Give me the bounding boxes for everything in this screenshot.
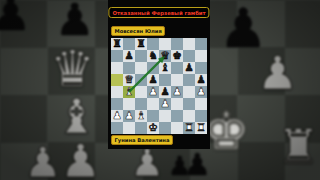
square-b1: [123, 122, 135, 134]
square-f7: ♚: [171, 50, 183, 62]
square-g3: [183, 98, 195, 110]
piece-white-pawn: ♟: [160, 98, 170, 110]
square-c1: [135, 122, 147, 134]
piece-white-king: ♚: [148, 122, 158, 134]
square-c4: [135, 86, 147, 98]
square-g8: [183, 38, 195, 50]
square-c2: ♝: [135, 110, 147, 122]
square-g5: [183, 74, 195, 86]
square-h5: ♟: [195, 74, 207, 86]
piece-white-bishop: ♝: [136, 110, 146, 122]
square-b3: [123, 98, 135, 110]
square-d6: [147, 62, 159, 74]
square-g7: [183, 50, 195, 62]
black-pawn-icon: ♟: [55, 0, 94, 42]
piece-white-pawn: ♟: [196, 86, 206, 98]
video-strip: Отказанный Ферзевый гамбит Мовсесян Юлия…: [108, 0, 210, 149]
square-b4: ♝: [123, 86, 135, 98]
square-a8: ♜: [111, 38, 123, 50]
white-queen-icon: ♛: [50, 44, 95, 94]
square-c8: ♜: [135, 38, 147, 50]
white-bishop-icon: ♝: [55, 92, 98, 140]
square-d3: [147, 98, 159, 110]
square-h2: [195, 110, 207, 122]
piece-black-pawn: ♟: [160, 86, 170, 98]
square-f3: [171, 98, 183, 110]
piece-white-queen: ♛: [124, 74, 134, 86]
square-b6: [123, 62, 135, 74]
square-g6: ♟: [183, 62, 195, 74]
square-f5: [171, 74, 183, 86]
piece-black-bishop: ♝: [160, 62, 170, 74]
piece-white-rook: ♜: [196, 122, 206, 134]
piece-white-pawn: ♟: [112, 110, 122, 122]
piece-white-rook: ♜: [184, 122, 194, 134]
square-b5: ♛: [123, 74, 135, 86]
video-frame: ♟♟♛♝♟♟♟♟♜♟♟♟ ♚ Отказанный Ферзевый гамби…: [0, 0, 320, 180]
square-d4: ♟: [147, 86, 159, 98]
black-pawn-icon: ♟: [184, 150, 211, 180]
piece-black-queen: ♛: [160, 50, 170, 62]
square-a6: [111, 62, 123, 74]
piece-black-king: ♚: [172, 50, 182, 62]
square-e6: ♝: [159, 62, 171, 74]
square-h4: ♟: [195, 86, 207, 98]
white-pawn-icon: ♟: [130, 144, 164, 180]
square-a1: [111, 122, 123, 134]
square-h6: [195, 62, 207, 74]
white-pawn-icon: ♟: [60, 138, 101, 180]
piece-white-pawn: ♟: [124, 110, 134, 122]
square-a3: [111, 98, 123, 110]
square-e1: [159, 122, 171, 134]
piece-black-rook: ♜: [136, 38, 146, 50]
square-a2: ♟: [111, 110, 123, 122]
piece-black-pawn: ♟: [124, 50, 134, 62]
square-a5: [111, 74, 123, 86]
chess-board: ♜♜♟♞♛♚♝♟♛♟♟♝♟♟♟♟♟♟♟♝♚♜♜: [111, 38, 207, 134]
white-rook-icon: ♜: [277, 122, 320, 170]
piece-black-pawn: ♟: [196, 74, 206, 86]
piece-black-pawn: ♟: [148, 74, 158, 86]
square-d5: ♟: [147, 74, 159, 86]
square-f1: [171, 122, 183, 134]
square-e4: ♟: [159, 86, 171, 98]
square-h1: ♜: [195, 122, 207, 134]
piece-black-pawn: ♟: [184, 62, 194, 74]
white-pawn-icon: ♟: [257, 50, 298, 96]
square-e3: ♟: [159, 98, 171, 110]
square-h7: [195, 50, 207, 62]
piece-white-bishop: ♝: [124, 86, 134, 98]
square-d7: ♞: [147, 50, 159, 62]
square-f4: ♟: [171, 86, 183, 98]
square-g2: [183, 110, 195, 122]
square-b2: ♟: [123, 110, 135, 122]
square-e5: [159, 74, 171, 86]
square-d2: [147, 110, 159, 122]
square-c5: [135, 74, 147, 86]
square-e7: ♛: [159, 50, 171, 62]
square-a4: [111, 86, 123, 98]
square-f8: [171, 38, 183, 50]
square-f6: [171, 62, 183, 74]
square-g1: ♜: [183, 122, 195, 134]
piece-black-rook: ♜: [112, 38, 122, 50]
square-f2: [171, 110, 183, 122]
square-e2: [159, 110, 171, 122]
opening-title: Отказанный Ферзевый гамбит: [108, 7, 209, 18]
square-c3: [135, 98, 147, 110]
square-d1: ♚: [147, 122, 159, 134]
piece-white-pawn: ♟: [148, 86, 158, 98]
piece-black-knight: ♞: [148, 50, 158, 62]
square-c6: [135, 62, 147, 74]
white-pawn-icon: ♟: [24, 142, 62, 180]
bottom-player-name: Гунина Валентина: [111, 135, 173, 145]
square-d8: [147, 38, 159, 50]
square-e8: [159, 38, 171, 50]
square-b7: ♟: [123, 50, 135, 62]
square-h8: [195, 38, 207, 50]
square-a7: [111, 50, 123, 62]
square-c7: [135, 50, 147, 62]
square-b8: [123, 38, 135, 50]
top-player-name: Мовсесян Юлия: [111, 26, 165, 36]
square-g4: [183, 86, 195, 98]
square-h3: [195, 98, 207, 110]
black-pawn-icon: ♟: [0, 0, 31, 37]
piece-white-pawn: ♟: [172, 86, 182, 98]
